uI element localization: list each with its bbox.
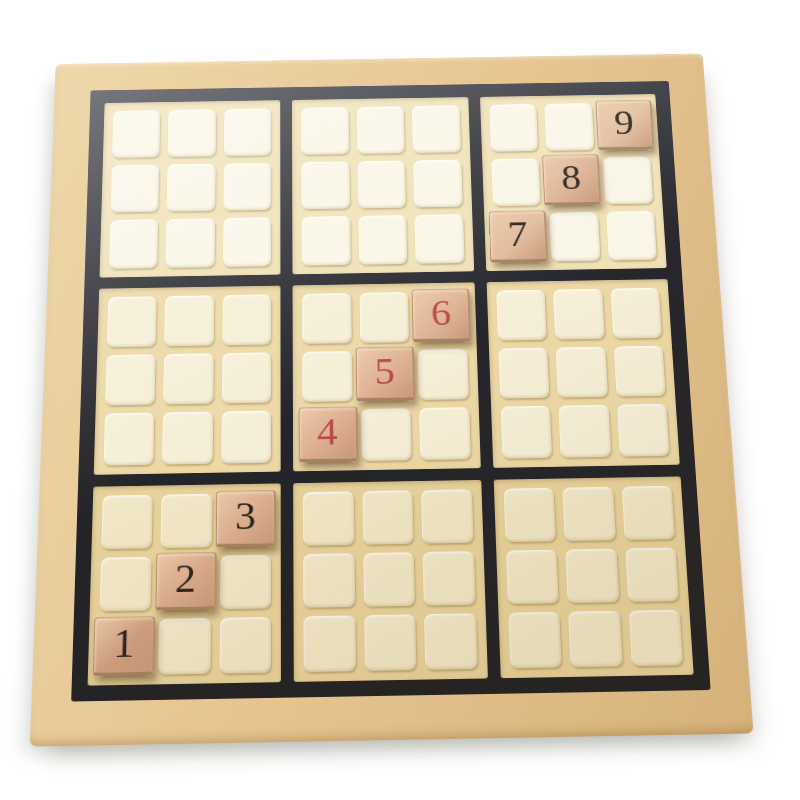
board-inner: 987654321 [71,81,710,701]
cell-r3c7[interactable]: 7 [493,213,543,262]
box-r2c1 [94,286,281,475]
cell-r6c9[interactable] [617,404,670,457]
cell-r1c9[interactable]: 9 [600,102,650,149]
tile-5[interactable]: 5 [356,347,415,402]
cell-r9c7[interactable] [508,612,562,668]
box-r3c1: 321 [88,483,282,685]
cell-r6c8[interactable] [558,405,611,458]
cell-r9c2[interactable] [159,618,211,674]
cell-r5c7[interactable] [498,347,550,399]
cell-r7c5[interactable] [362,490,414,544]
box-r1c1 [99,100,280,277]
sudoku-photo-scene: 987654321 [0,0,800,800]
cell-r8c5[interactable] [363,552,415,607]
cell-r5c3[interactable] [222,352,272,404]
cell-r1c8[interactable] [544,103,594,150]
cell-r3c3[interactable] [223,218,272,267]
cell-r8c2[interactable]: 2 [160,555,212,610]
cell-r3c1[interactable] [109,220,159,269]
cell-r6c1[interactable] [104,413,155,466]
cell-r2c4[interactable] [302,161,350,209]
tile-7[interactable]: 7 [489,211,548,263]
cell-r4c9[interactable] [610,288,662,339]
cell-r1c6[interactable] [412,105,461,152]
cell-r4c4[interactable] [302,293,351,344]
cell-r5c9[interactable] [613,345,665,397]
cell-r6c5[interactable] [361,408,412,461]
cell-r8c4[interactable] [303,553,355,608]
tile-8[interactable]: 8 [542,155,601,206]
cell-r9c5[interactable] [364,615,417,671]
cell-r1c3[interactable] [224,108,272,156]
cell-r6c4[interactable]: 4 [303,409,353,462]
cell-r4c1[interactable] [107,296,157,347]
cell-r4c3[interactable] [222,294,271,345]
cell-r6c6[interactable] [419,407,470,460]
cell-r7c9[interactable] [621,486,675,540]
cell-r9c3[interactable] [219,617,271,673]
cell-r7c8[interactable] [562,487,615,541]
cell-r8c7[interactable] [506,549,559,604]
tile-9[interactable]: 9 [595,100,654,150]
box-r1c2 [292,97,474,274]
cell-r5c2[interactable] [163,353,213,405]
cell-r6c7[interactable] [500,406,552,459]
cell-r5c4[interactable] [302,351,352,403]
wood-frame: 987654321 [30,53,754,746]
cell-r9c4[interactable] [304,616,356,672]
cell-r2c7[interactable] [491,158,541,206]
tile-1[interactable]: 1 [93,617,156,677]
tile-6[interactable]: 6 [412,289,471,343]
cell-r2c1[interactable] [111,164,160,212]
box-r3c2 [293,480,487,682]
box-r2c2: 654 [293,282,481,471]
cell-r4c2[interactable] [165,295,215,346]
cell-r2c2[interactable] [167,163,216,211]
tile-3[interactable]: 3 [216,490,276,547]
cell-r6c3[interactable] [221,411,271,464]
cell-r1c4[interactable] [301,107,349,155]
box-r2c3 [486,279,679,468]
cell-r2c9[interactable] [603,156,654,204]
cell-r7c7[interactable] [503,488,556,542]
cell-r9c9[interactable] [628,610,683,666]
cell-r1c5[interactable] [357,106,405,154]
cell-r3c4[interactable] [302,216,351,265]
cell-r4c7[interactable] [496,290,547,341]
cell-r7c3[interactable]: 3 [220,493,271,547]
cell-r3c6[interactable] [415,214,465,263]
cell-r7c1[interactable] [101,495,153,549]
cell-r8c1[interactable] [100,556,152,611]
box-r3c3 [493,476,693,678]
cell-r5c5[interactable]: 5 [360,350,410,402]
tile-2[interactable]: 2 [155,553,216,612]
cell-r5c1[interactable] [105,354,156,406]
cell-r7c2[interactable] [161,494,212,548]
cell-r1c7[interactable] [489,104,538,151]
cell-r7c4[interactable] [303,491,354,545]
cell-r4c5[interactable] [359,292,409,343]
cell-r2c3[interactable] [223,162,271,210]
cell-r1c2[interactable] [168,109,216,157]
cell-r2c5[interactable] [357,160,406,208]
box-r1c3: 987 [480,94,667,271]
tile-4[interactable]: 4 [298,407,358,463]
cell-r8c3[interactable] [220,554,271,609]
cell-r6c2[interactable] [162,412,213,465]
cell-r3c2[interactable] [166,219,215,268]
cell-r5c8[interactable] [556,346,608,398]
cell-r4c8[interactable] [553,289,604,340]
cell-r9c6[interactable] [424,614,477,670]
cell-r2c6[interactable] [413,159,462,207]
cell-r8c6[interactable] [423,551,476,606]
cell-r9c8[interactable] [568,611,622,667]
cell-r2c8[interactable]: 8 [547,157,597,205]
cell-r1c1[interactable] [112,110,161,158]
cell-r4c6[interactable]: 6 [416,291,466,342]
cell-r8c9[interactable] [625,547,679,602]
cell-r3c5[interactable] [358,215,407,264]
cell-r3c9[interactable] [606,211,657,260]
cell-r8c8[interactable] [565,548,619,603]
cell-r9c1[interactable]: 1 [98,619,151,675]
cell-r5c6[interactable] [418,349,469,401]
cell-r7c6[interactable] [421,489,473,543]
cell-r3c8[interactable] [549,212,600,261]
